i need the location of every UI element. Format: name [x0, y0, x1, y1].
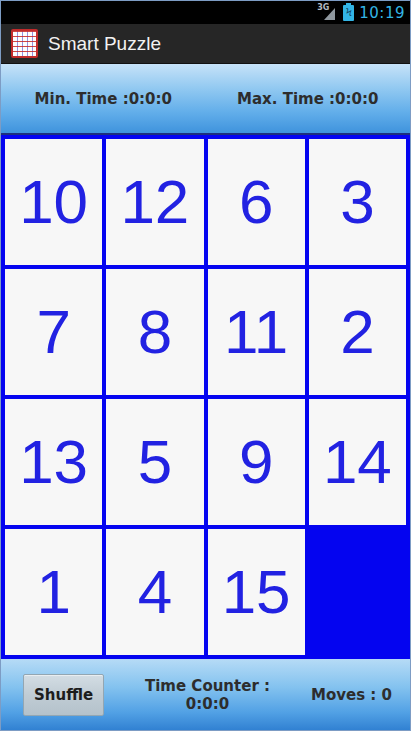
time-counter-label: Time Counter : 0:0:0 — [132, 677, 284, 713]
tile-4[interactable]: 4 — [106, 529, 203, 655]
battery-charging-icon: Ϟ — [343, 5, 354, 21]
tile-8[interactable]: 8 — [106, 269, 203, 395]
footer-bar: Shuffle Time Counter : 0:0:0 Moves : 0 — [1, 659, 410, 730]
max-time-label: Max. Time :0:0:0 — [206, 90, 411, 108]
puzzle-board: 101263781121359141415 — [1, 135, 410, 659]
blank-cell — [309, 529, 406, 655]
app-icon — [11, 29, 38, 58]
tile-9[interactable]: 9 — [208, 399, 305, 525]
tile-3[interactable]: 3 — [309, 139, 406, 265]
phone-screen: 3G Ϟ 10:19 Smart Puzzle Min. Time :0:0:0… — [0, 0, 411, 731]
signal-strength-icon: 3G — [316, 5, 338, 21]
signal-triangle-icon — [324, 8, 335, 20]
app-bar: Smart Puzzle — [1, 24, 410, 64]
shuffle-button[interactable]: Shuffle — [23, 674, 104, 716]
tile-11[interactable]: 11 — [208, 269, 305, 395]
status-clock: 10:19 — [359, 4, 405, 22]
tile-10[interactable]: 10 — [5, 139, 102, 265]
tile-2[interactable]: 2 — [309, 269, 406, 395]
moves-label: Moves : 0 — [283, 686, 392, 704]
tile-13[interactable]: 13 — [5, 399, 102, 525]
app-title: Smart Puzzle — [48, 33, 161, 55]
status-bar: 3G Ϟ 10:19 — [1, 1, 410, 24]
min-time-label: Min. Time :0:0:0 — [1, 90, 206, 108]
tile-15[interactable]: 15 — [208, 529, 305, 655]
tile-6[interactable]: 6 — [208, 139, 305, 265]
tile-1[interactable]: 1 — [5, 529, 102, 655]
tile-5[interactable]: 5 — [106, 399, 203, 525]
tile-12[interactable]: 12 — [106, 139, 203, 265]
tile-7[interactable]: 7 — [5, 269, 102, 395]
tile-14[interactable]: 14 — [309, 399, 406, 525]
lightning-bolt-icon: Ϟ — [345, 8, 352, 18]
info-bar: Min. Time :0:0:0 Max. Time :0:0:0 — [1, 64, 410, 135]
